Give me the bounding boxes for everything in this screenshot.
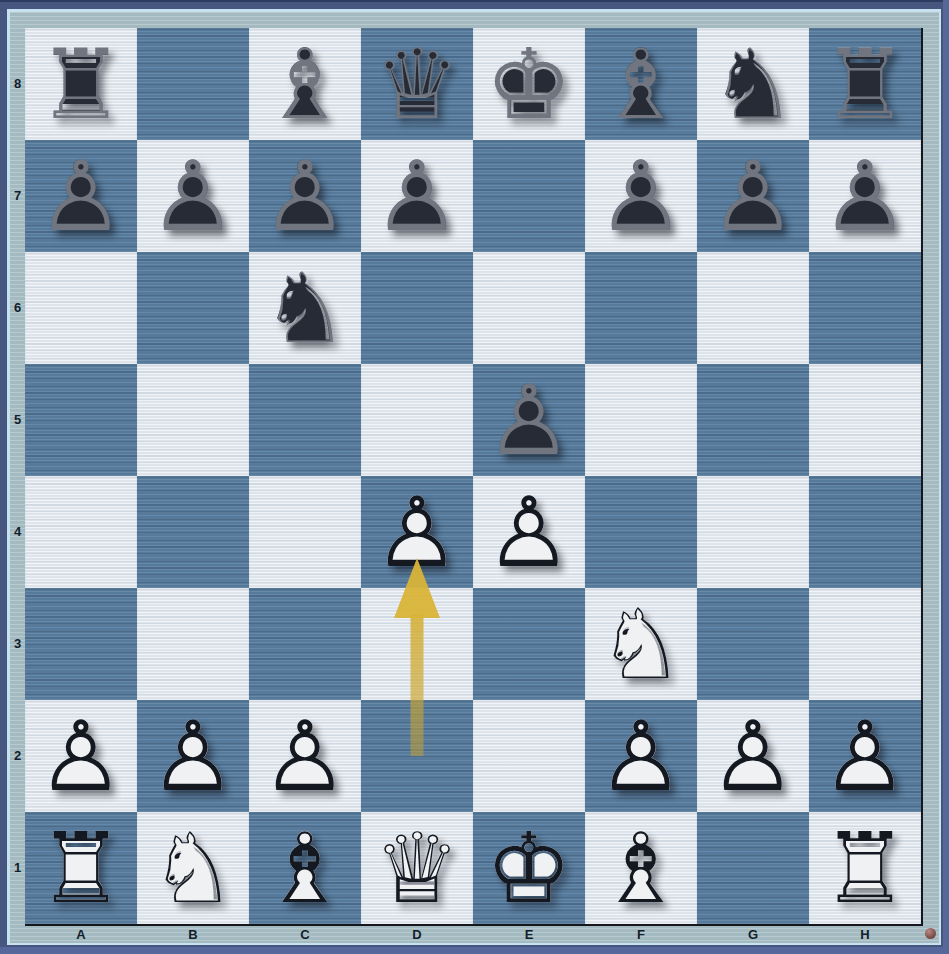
piece-black-knight: ♞	[249, 252, 361, 364]
piece-outline-pawn-icon: ♙	[585, 700, 697, 812]
square-f4[interactable]	[585, 476, 697, 588]
piece-white-pawn: ♟	[361, 476, 473, 588]
piece-white-knight: ♞	[585, 588, 697, 700]
square-e1[interactable]: ♚♔	[473, 812, 585, 924]
piece-white-pawn: ♟	[809, 700, 921, 812]
square-c1[interactable]: ♝♗	[249, 812, 361, 924]
piece-white-king: ♚	[473, 812, 585, 924]
square-h1[interactable]: ♜♖	[809, 812, 921, 924]
square-e5[interactable]: ♟♙	[473, 364, 585, 476]
square-a6[interactable]	[25, 252, 137, 364]
square-c8[interactable]: ♝♗	[249, 28, 361, 140]
piece-white-pawn: ♟	[137, 700, 249, 812]
piece-black-pawn: ♟	[137, 140, 249, 252]
piece-black-pawn: ♟	[361, 140, 473, 252]
square-h5[interactable]	[809, 364, 921, 476]
square-c7[interactable]: ♟♙	[249, 140, 361, 252]
piece-white-pawn: ♟	[25, 700, 137, 812]
square-g3[interactable]	[697, 588, 809, 700]
piece-outline-king-icon: ♔	[473, 812, 585, 924]
square-a7[interactable]: ♟♙	[25, 140, 137, 252]
piece-outline-pawn-icon: ♙	[25, 140, 137, 252]
file-label-d: D	[409, 927, 425, 942]
square-e6[interactable]	[473, 252, 585, 364]
piece-white-queen: ♛	[361, 812, 473, 924]
piece-outline-bishop-icon: ♗	[249, 812, 361, 924]
square-d8[interactable]: ♛♕	[361, 28, 473, 140]
piece-white-pawn: ♟	[585, 700, 697, 812]
piece-black-rook: ♜	[25, 28, 137, 140]
square-e2[interactable]	[473, 700, 585, 812]
piece-outline-pawn-icon: ♙	[809, 700, 921, 812]
square-h6[interactable]	[809, 252, 921, 364]
square-d1[interactable]: ♛♕	[361, 812, 473, 924]
piece-outline-rook-icon: ♖	[809, 812, 921, 924]
piece-black-pawn: ♟	[809, 140, 921, 252]
piece-outline-bishop-icon: ♗	[249, 28, 361, 140]
piece-black-pawn: ♟	[697, 140, 809, 252]
piece-black-pawn: ♟	[473, 364, 585, 476]
rank-label-2: 2	[10, 748, 25, 763]
square-b1[interactable]: ♞♘	[137, 812, 249, 924]
square-h2[interactable]: ♟♙	[809, 700, 921, 812]
piece-outline-pawn-icon: ♙	[137, 700, 249, 812]
square-c5[interactable]	[249, 364, 361, 476]
square-b8[interactable]	[137, 28, 249, 140]
piece-white-bishop: ♝	[585, 812, 697, 924]
piece-outline-pawn-icon: ♙	[473, 476, 585, 588]
piece-black-pawn: ♟	[249, 140, 361, 252]
piece-outline-pawn-icon: ♙	[361, 476, 473, 588]
square-g5[interactable]	[697, 364, 809, 476]
square-h7[interactable]: ♟♙	[809, 140, 921, 252]
square-a8[interactable]: ♜♖	[25, 28, 137, 140]
file-label-e: E	[521, 927, 537, 942]
piece-outline-knight-icon: ♘	[585, 588, 697, 700]
square-d6[interactable]	[361, 252, 473, 364]
piece-white-rook: ♜	[25, 812, 137, 924]
file-label-f: F	[633, 927, 649, 942]
square-g6[interactable]	[697, 252, 809, 364]
square-e8[interactable]: ♚♔	[473, 28, 585, 140]
rank-label-4: 4	[10, 524, 25, 539]
square-d3[interactable]	[361, 588, 473, 700]
square-a4[interactable]	[25, 476, 137, 588]
square-b6[interactable]	[137, 252, 249, 364]
piece-white-knight: ♞	[137, 812, 249, 924]
square-h8[interactable]: ♜♖	[809, 28, 921, 140]
square-g7[interactable]: ♟♙	[697, 140, 809, 252]
piece-white-bishop: ♝	[249, 812, 361, 924]
piece-outline-pawn-icon: ♙	[249, 700, 361, 812]
piece-black-king: ♚	[473, 28, 585, 140]
piece-outline-pawn-icon: ♙	[473, 364, 585, 476]
square-f3[interactable]: ♞♘	[585, 588, 697, 700]
piece-black-pawn: ♟	[585, 140, 697, 252]
rank-label-1: 1	[10, 860, 25, 875]
square-h4[interactable]	[809, 476, 921, 588]
square-a3[interactable]	[25, 588, 137, 700]
piece-black-queen: ♛	[361, 28, 473, 140]
piece-white-pawn: ♟	[697, 700, 809, 812]
piece-outline-pawn-icon: ♙	[809, 140, 921, 252]
square-a2[interactable]: ♟♙	[25, 700, 137, 812]
corner-dot	[925, 928, 936, 939]
piece-black-knight: ♞	[697, 28, 809, 140]
piece-white-pawn: ♟	[249, 700, 361, 812]
square-c6[interactable]: ♞♘	[249, 252, 361, 364]
square-a1[interactable]: ♜♖	[25, 812, 137, 924]
piece-outline-pawn-icon: ♙	[697, 140, 809, 252]
square-g1[interactable]	[697, 812, 809, 924]
square-f7[interactable]: ♟♙	[585, 140, 697, 252]
file-label-h: H	[857, 927, 873, 942]
rank-label-7: 7	[10, 188, 25, 203]
square-b7[interactable]: ♟♙	[137, 140, 249, 252]
file-label-g: G	[745, 927, 761, 942]
file-label-a: A	[73, 927, 89, 942]
rank-label-5: 5	[10, 412, 25, 427]
piece-outline-rook-icon: ♖	[25, 28, 137, 140]
piece-outline-knight-icon: ♘	[697, 28, 809, 140]
square-h3[interactable]	[809, 588, 921, 700]
piece-outline-pawn-icon: ♙	[697, 700, 809, 812]
square-g4[interactable]	[697, 476, 809, 588]
piece-black-pawn: ♟	[25, 140, 137, 252]
square-b3[interactable]	[137, 588, 249, 700]
piece-outline-king-icon: ♔	[473, 28, 585, 140]
square-b4[interactable]	[137, 476, 249, 588]
piece-outline-pawn-icon: ♙	[137, 140, 249, 252]
square-a5[interactable]	[25, 364, 137, 476]
piece-outline-pawn-icon: ♙	[249, 140, 361, 252]
square-c4[interactable]	[249, 476, 361, 588]
square-g2[interactable]: ♟♙	[697, 700, 809, 812]
piece-black-rook: ♜	[809, 28, 921, 140]
rank-label-8: 8	[10, 76, 25, 91]
square-b2[interactable]: ♟♙	[137, 700, 249, 812]
square-e7[interactable]	[473, 140, 585, 252]
square-f2[interactable]: ♟♙	[585, 700, 697, 812]
square-f8[interactable]: ♝♗	[585, 28, 697, 140]
piece-outline-rook-icon: ♖	[809, 28, 921, 140]
square-d2[interactable]	[361, 700, 473, 812]
square-f1[interactable]: ♝♗	[585, 812, 697, 924]
file-label-c: C	[297, 927, 313, 942]
rank-label-3: 3	[10, 636, 25, 651]
piece-outline-bishop-icon: ♗	[585, 28, 697, 140]
file-label-b: B	[185, 927, 201, 942]
piece-outline-pawn-icon: ♙	[361, 140, 473, 252]
chess-board: ♜♖♝♗♛♕♚♔♝♗♞♘♜♖♟♙♟♙♟♙♟♙♟♙♟♙♟♙♞♘♟♙♟♙♟♙♞♘♟♙…	[25, 28, 923, 926]
square-d7[interactable]: ♟♙	[361, 140, 473, 252]
piece-white-pawn: ♟	[473, 476, 585, 588]
square-d4[interactable]: ♟♙	[361, 476, 473, 588]
piece-outline-knight-icon: ♘	[137, 812, 249, 924]
chess-app-window: 87654321 ABCDEFGH ♜♖♝♗♛♕♚♔♝♗♞♘♜♖♟♙♟♙♟♙♟♙…	[0, 0, 949, 954]
square-e3[interactable]	[473, 588, 585, 700]
piece-outline-queen-icon: ♕	[361, 28, 473, 140]
piece-black-bishop: ♝	[249, 28, 361, 140]
square-b5[interactable]	[137, 364, 249, 476]
square-f5[interactable]	[585, 364, 697, 476]
rank-label-6: 6	[10, 300, 25, 315]
piece-outline-queen-icon: ♕	[361, 812, 473, 924]
square-g8[interactable]: ♞♘	[697, 28, 809, 140]
square-d5[interactable]	[361, 364, 473, 476]
square-f6[interactable]	[585, 252, 697, 364]
piece-outline-knight-icon: ♘	[249, 252, 361, 364]
piece-outline-bishop-icon: ♗	[585, 812, 697, 924]
piece-outline-pawn-icon: ♙	[25, 700, 137, 812]
piece-white-rook: ♜	[809, 812, 921, 924]
square-e4[interactable]: ♟♙	[473, 476, 585, 588]
piece-black-bishop: ♝	[585, 28, 697, 140]
square-c2[interactable]: ♟♙	[249, 700, 361, 812]
piece-outline-pawn-icon: ♙	[585, 140, 697, 252]
square-c3[interactable]	[249, 588, 361, 700]
piece-outline-rook-icon: ♖	[25, 812, 137, 924]
